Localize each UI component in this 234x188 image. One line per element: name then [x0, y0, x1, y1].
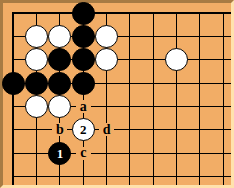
- black-stone: [72, 48, 95, 71]
- grid-line-vertical: [199, 12, 200, 185]
- black-stone: [48, 48, 71, 71]
- point-label-b: b: [52, 123, 67, 136]
- grid-line-horizontal: [12, 176, 231, 177]
- point-label-d: d: [99, 123, 114, 136]
- white-stone: [25, 95, 48, 118]
- white-stone: [95, 25, 118, 48]
- black-stone: [2, 72, 25, 95]
- go-board-diagram: abcd21: [0, 0, 234, 188]
- white-stone: [25, 48, 48, 71]
- black-stone: [48, 72, 71, 95]
- move-1-stone: 1: [48, 142, 71, 165]
- white-stone: [48, 25, 71, 48]
- grid-line-horizontal: [12, 12, 231, 14]
- white-stone: [165, 48, 188, 71]
- grid-line-vertical: [153, 12, 154, 185]
- grid-line-horizontal: [12, 153, 231, 154]
- go-board: abcd21: [0, 0, 234, 188]
- black-stone: [25, 72, 48, 95]
- grid-line-vertical: [12, 12, 14, 185]
- grid-line-vertical: [176, 12, 177, 185]
- grid-line-horizontal: [12, 129, 231, 130]
- grid-line-vertical: [223, 12, 224, 185]
- point-label-a: a: [76, 100, 91, 113]
- black-stone: [72, 72, 95, 95]
- white-stone: [48, 95, 71, 118]
- white-stone: [25, 25, 48, 48]
- point-label-c: c: [76, 147, 91, 160]
- black-stone: [72, 2, 95, 25]
- move-2-stone: 2: [72, 118, 95, 141]
- grid-line-vertical: [129, 12, 130, 185]
- black-stone: [72, 25, 95, 48]
- white-stone: [95, 48, 118, 71]
